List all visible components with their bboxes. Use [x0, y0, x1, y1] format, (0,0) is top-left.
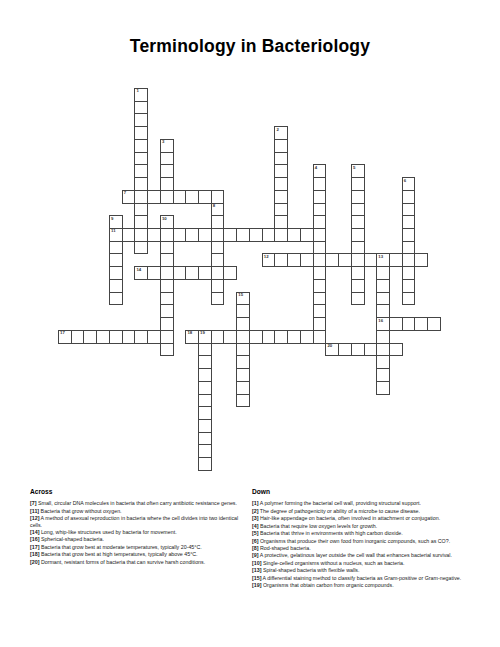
grid-cell[interactable] — [313, 177, 327, 191]
grid-cell[interactable] — [160, 292, 174, 306]
grid-cell[interactable] — [109, 279, 123, 293]
grid-cell[interactable] — [262, 330, 276, 344]
grid-cell[interactable] — [198, 190, 212, 204]
grid-cell[interactable] — [185, 266, 199, 280]
clue-item: [1] A polymer forming the bacterial cell… — [252, 500, 480, 506]
down-clue-list: [1] A polymer forming the bacterial cell… — [252, 500, 480, 588]
grid-cell[interactable] — [173, 266, 187, 280]
grid-cell[interactable] — [134, 203, 148, 217]
grid-cell[interactable] — [274, 330, 288, 344]
grid-cell[interactable] — [351, 241, 365, 255]
grid-cell[interactable] — [236, 317, 250, 331]
grid-cell[interactable] — [287, 330, 301, 344]
grid-cell[interactable] — [389, 343, 403, 357]
grid-cell[interactable] — [274, 152, 288, 166]
grid-cell[interactable] — [109, 292, 123, 306]
grid-cell[interactable] — [236, 304, 250, 318]
grid-cell[interactable]: 3 — [160, 139, 174, 153]
grid-cell[interactable] — [313, 266, 327, 280]
grid-cell[interactable] — [109, 241, 123, 255]
cell-number: 13 — [378, 255, 383, 260]
grid-cell[interactable] — [198, 368, 212, 382]
grid-cell[interactable] — [160, 343, 174, 357]
clue-item: [2] The degree of pathogenicity or abili… — [252, 508, 480, 514]
grid-cell[interactable] — [313, 241, 327, 255]
grid-cell[interactable] — [122, 330, 136, 344]
grid-cell[interactable] — [109, 253, 123, 267]
clue-number: [20] — [30, 559, 39, 565]
grid-cell[interactable] — [160, 317, 174, 331]
grid-cell[interactable] — [262, 228, 276, 242]
clue-number: [2] — [252, 508, 258, 514]
grid-cell[interactable] — [389, 253, 403, 267]
cell-number: 16 — [378, 319, 383, 324]
grid-cell[interactable] — [134, 101, 148, 115]
grid-cell[interactable] — [96, 330, 110, 344]
grid-cell[interactable] — [71, 330, 85, 344]
grid-cell[interactable] — [147, 330, 161, 344]
grid-cell[interactable] — [402, 241, 416, 255]
grid-cell[interactable] — [338, 253, 352, 267]
clue-item: [19] Organisms that obtain carbon from o… — [252, 582, 480, 588]
grid-cell[interactable] — [236, 355, 250, 369]
grid-cell[interactable]: 16 — [376, 317, 390, 331]
grid-cell[interactable] — [313, 190, 327, 204]
grid-cell[interactable] — [402, 292, 416, 306]
grid-cell[interactable] — [376, 292, 390, 306]
grid-cell[interactable] — [300, 228, 314, 242]
grid-cell[interactable] — [313, 228, 327, 242]
grid-cell[interactable] — [376, 343, 390, 357]
grid-cell[interactable]: 5 — [351, 164, 365, 178]
grid-cell[interactable] — [402, 279, 416, 293]
cell-number: 15 — [238, 293, 243, 298]
clue-item: [6] Organisms that produce their own foo… — [252, 538, 480, 544]
clue-item: [14] Long, whip-like structures used by … — [30, 529, 249, 535]
grid-cell[interactable] — [160, 228, 174, 242]
grid-cell[interactable] — [274, 177, 288, 191]
grid-cell[interactable] — [351, 177, 365, 191]
grid-cell[interactable] — [313, 317, 327, 331]
grid-cell[interactable]: 6 — [402, 177, 416, 191]
grid-cell[interactable] — [147, 266, 161, 280]
clue-number: [6] — [252, 538, 258, 544]
cell-number: 8 — [213, 204, 215, 209]
page-title: Terminology in Bacteriology — [0, 36, 500, 57]
cell-number: 17 — [60, 331, 65, 336]
grid-cell[interactable] — [198, 432, 212, 446]
clue-item: [16] Spherical-shaped bacteria. — [30, 536, 249, 542]
grid-cell[interactable] — [134, 126, 148, 140]
grid-cell[interactable] — [147, 190, 161, 204]
clue-item: [11] Bacteria that grow without oxygen. — [30, 508, 249, 514]
grid-cell[interactable] — [198, 419, 212, 433]
grid-cell[interactable] — [364, 253, 378, 267]
clue-number: [8] — [252, 545, 258, 551]
grid-cell[interactable] — [376, 266, 390, 280]
clue-number: [11] — [30, 508, 39, 514]
grid-cell[interactable] — [211, 241, 225, 255]
clue-number: [7] — [30, 500, 36, 506]
grid-cell[interactable] — [402, 203, 416, 217]
grid-cell[interactable] — [134, 164, 148, 178]
clue-item: [5] Bacteria that thrive in environments… — [252, 530, 480, 536]
grid-cell[interactable] — [134, 228, 148, 242]
grid-cell[interactable] — [211, 279, 225, 293]
grid-cell[interactable] — [376, 304, 390, 318]
grid-cell[interactable]: 19 — [198, 330, 212, 344]
grid-cell[interactable] — [274, 215, 288, 229]
grid-cell[interactable] — [198, 228, 212, 242]
grid-cell[interactable]: 17 — [58, 330, 72, 344]
grid-cell[interactable] — [313, 292, 327, 306]
grid-cell[interactable] — [134, 241, 148, 255]
grid-cell[interactable] — [351, 292, 365, 306]
grid-cell[interactable] — [211, 292, 225, 306]
grid-cell[interactable]: 4 — [313, 164, 327, 178]
grid-cell[interactable]: 15 — [236, 292, 250, 306]
grid-cell[interactable] — [274, 139, 288, 153]
grid-cell[interactable] — [83, 330, 97, 344]
grid-cell[interactable] — [313, 304, 327, 318]
down-heading: Down — [252, 489, 480, 495]
grid-cell[interactable] — [122, 228, 136, 242]
clue-item: [17] Bacteria that grow best at moderate… — [30, 544, 249, 550]
grid-cell[interactable] — [351, 266, 365, 280]
grid-cell[interactable] — [414, 317, 428, 331]
grid-cell[interactable]: 10 — [160, 215, 174, 229]
cell-number: 20 — [327, 344, 332, 349]
grid-cell[interactable] — [185, 190, 199, 204]
clue-item: [15] A differential staining method to c… — [252, 575, 480, 581]
cell-number: 3 — [162, 140, 164, 145]
clue-item: [3] Hair-like appendage on bacteria, oft… — [252, 515, 480, 521]
grid-cell[interactable] — [211, 253, 225, 267]
clue-item: [8] Rod-shaped bacteria. — [252, 545, 480, 551]
grid-cell[interactable] — [427, 317, 441, 331]
grid-cell[interactable] — [313, 253, 327, 267]
across-clues-section: Across [7] Small, circular DNA molecules… — [30, 489, 249, 566]
grid-cell[interactable] — [160, 190, 174, 204]
grid-cell[interactable] — [325, 253, 339, 267]
grid-cell[interactable] — [274, 228, 288, 242]
clue-item: [7] Small, circular DNA molecules in bac… — [30, 500, 249, 506]
cell-number: 11 — [111, 229, 116, 234]
grid-cell[interactable] — [173, 228, 187, 242]
clue-number: [13] — [252, 567, 261, 573]
grid-cell[interactable] — [274, 203, 288, 217]
grid-cell[interactable]: 7 — [122, 190, 136, 204]
grid-cell[interactable] — [364, 343, 378, 357]
grid-cell[interactable] — [198, 444, 212, 458]
grid-cell[interactable] — [274, 164, 288, 178]
grid-cell[interactable] — [160, 152, 174, 166]
grid-cell[interactable] — [109, 330, 123, 344]
grid-cell[interactable] — [160, 279, 174, 293]
grid-cell[interactable] — [147, 228, 161, 242]
grid-cell[interactable] — [223, 266, 237, 280]
grid-cell[interactable] — [185, 228, 199, 242]
grid-cell[interactable] — [236, 381, 250, 395]
cell-number: 4 — [315, 166, 317, 171]
grid-cell[interactable] — [351, 203, 365, 217]
grid-cell[interactable] — [313, 203, 327, 217]
grid-cell[interactable] — [160, 177, 174, 191]
clue-item: [9] A protective, gelatinous layer outsi… — [252, 552, 480, 558]
grid-cell[interactable] — [236, 330, 250, 344]
grid-cell[interactable] — [160, 253, 174, 267]
grid-cell[interactable] — [160, 164, 174, 178]
grid-cell[interactable] — [198, 343, 212, 357]
grid-cell[interactable]: 1 — [134, 88, 148, 102]
across-clue-list: [7] Small, circular DNA molecules in bac… — [30, 500, 249, 565]
grid-cell[interactable]: 13 — [376, 253, 390, 267]
grid-cell[interactable] — [236, 343, 250, 357]
clue-item: [20] Dormant, resistant forms of bacteri… — [30, 559, 249, 565]
grid-cell[interactable] — [402, 253, 416, 267]
grid-cell[interactable] — [236, 228, 250, 242]
clue-number: [12] — [30, 515, 39, 521]
grid-cell[interactable] — [402, 228, 416, 242]
grid-cell[interactable] — [198, 381, 212, 395]
grid-cell[interactable] — [249, 228, 263, 242]
clue-item: [18] Bacteria that grow best at high tem… — [30, 551, 249, 557]
grid-cell[interactable] — [274, 190, 288, 204]
grid-cell[interactable] — [376, 330, 390, 344]
grid-cell[interactable] — [351, 253, 365, 267]
grid-cell[interactable] — [223, 330, 237, 344]
grid-cell[interactable]: 14 — [134, 266, 148, 280]
grid-cell[interactable] — [198, 394, 212, 408]
grid-cell[interactable] — [351, 279, 365, 293]
grid-cell[interactable] — [134, 177, 148, 191]
clue-number: [5] — [252, 530, 258, 536]
grid-cell[interactable] — [134, 215, 148, 229]
grid-cell[interactable] — [402, 215, 416, 229]
grid-cell[interactable] — [287, 253, 301, 267]
clue-number: [4] — [252, 523, 258, 529]
grid-cell[interactable] — [211, 228, 225, 242]
grid-cell[interactable] — [160, 241, 174, 255]
grid-cell[interactable] — [160, 266, 174, 280]
grid-cell[interactable] — [249, 330, 263, 344]
grid-cell[interactable] — [198, 355, 212, 369]
clue-item: [12] A method of asexual reproduction in… — [30, 515, 249, 528]
cell-number: 6 — [404, 179, 406, 184]
grid-cell[interactable] — [414, 253, 428, 267]
cell-number: 12 — [264, 255, 269, 260]
grid-cell[interactable] — [351, 228, 365, 242]
clue-number: [19] — [252, 582, 261, 588]
clue-number: [1] — [252, 500, 258, 506]
clue-item: [13] Spiral-shaped bacteria with flexibl… — [252, 567, 480, 573]
grid-cell[interactable] — [134, 152, 148, 166]
grid-cell[interactable] — [389, 317, 403, 331]
grid-cell[interactable] — [338, 343, 352, 357]
grid-cell[interactable] — [274, 253, 288, 267]
grid-cell[interactable] — [198, 266, 212, 280]
grid-cell[interactable] — [134, 113, 148, 127]
clue-number: [18] — [30, 551, 39, 557]
grid-cell[interactable] — [376, 381, 390, 395]
grid-cell[interactable]: 8 — [211, 203, 225, 217]
grid-cell[interactable] — [236, 368, 250, 382]
grid-cell[interactable] — [300, 330, 314, 344]
cell-number: 14 — [136, 268, 141, 273]
cell-number: 7 — [124, 191, 126, 196]
cell-number: 10 — [162, 217, 167, 222]
across-heading: Across — [30, 489, 249, 495]
grid-cell[interactable]: 12 — [262, 253, 276, 267]
clue-number: [10] — [252, 560, 261, 566]
grid-cell[interactable] — [160, 330, 174, 344]
grid-cell[interactable] — [223, 228, 237, 242]
grid-cell[interactable] — [236, 394, 250, 408]
grid-cell[interactable] — [109, 266, 123, 280]
grid-cell[interactable] — [134, 139, 148, 153]
grid-cell[interactable] — [351, 215, 365, 229]
grid-cell[interactable] — [198, 406, 212, 420]
grid-cell[interactable] — [402, 266, 416, 280]
grid-cell[interactable] — [134, 190, 148, 204]
grid-cell[interactable] — [300, 253, 314, 267]
grid-cell[interactable] — [313, 279, 327, 293]
grid-cell[interactable]: 18 — [185, 330, 199, 344]
cell-number: 9 — [111, 217, 113, 222]
cell-number: 5 — [353, 166, 355, 171]
grid-cell[interactable] — [351, 190, 365, 204]
grid-cell[interactable] — [198, 457, 212, 471]
cell-number: 1 — [136, 89, 138, 94]
grid-cell[interactable] — [376, 355, 390, 369]
grid-cell[interactable] — [376, 279, 390, 293]
clue-number: [3] — [252, 515, 258, 521]
clue-number: [9] — [252, 552, 258, 558]
clue-number: [14] — [30, 529, 39, 535]
grid-cell[interactable] — [313, 215, 327, 229]
grid-cell[interactable] — [211, 190, 225, 204]
grid-cell[interactable] — [287, 228, 301, 242]
cell-number: 18 — [187, 331, 192, 336]
grid-cell[interactable] — [134, 330, 148, 344]
clue-number: [16] — [30, 536, 39, 542]
grid-cell[interactable] — [313, 330, 327, 344]
grid-cell[interactable] — [160, 304, 174, 318]
clue-number: [17] — [30, 544, 39, 550]
grid-cell[interactable] — [211, 266, 225, 280]
grid-cell[interactable] — [173, 190, 187, 204]
grid-cell[interactable]: 2 — [274, 126, 288, 140]
grid-cell[interactable] — [402, 190, 416, 204]
clue-number: [15] — [252, 575, 261, 581]
grid-cell[interactable] — [376, 368, 390, 382]
grid-cell[interactable] — [211, 330, 225, 344]
cell-number: 19 — [200, 331, 205, 336]
clue-item: [10] Single-celled organisms without a n… — [252, 560, 480, 566]
down-clues-section: Down [1] A polymer forming the bacterial… — [252, 489, 480, 590]
grid-cell[interactable] — [351, 343, 365, 357]
cell-number: 2 — [277, 128, 279, 133]
grid-cell[interactable]: 11 — [109, 228, 123, 242]
grid-cell[interactable]: 20 — [325, 343, 339, 357]
crossword-grid: 1234567891110121316141517181920 — [58, 88, 440, 470]
grid-cell[interactable]: 9 — [109, 215, 123, 229]
grid-cell[interactable] — [402, 317, 416, 331]
grid-cell[interactable] — [211, 215, 225, 229]
clue-item: [4] Bacteria that require low oxygen lev… — [252, 523, 480, 529]
